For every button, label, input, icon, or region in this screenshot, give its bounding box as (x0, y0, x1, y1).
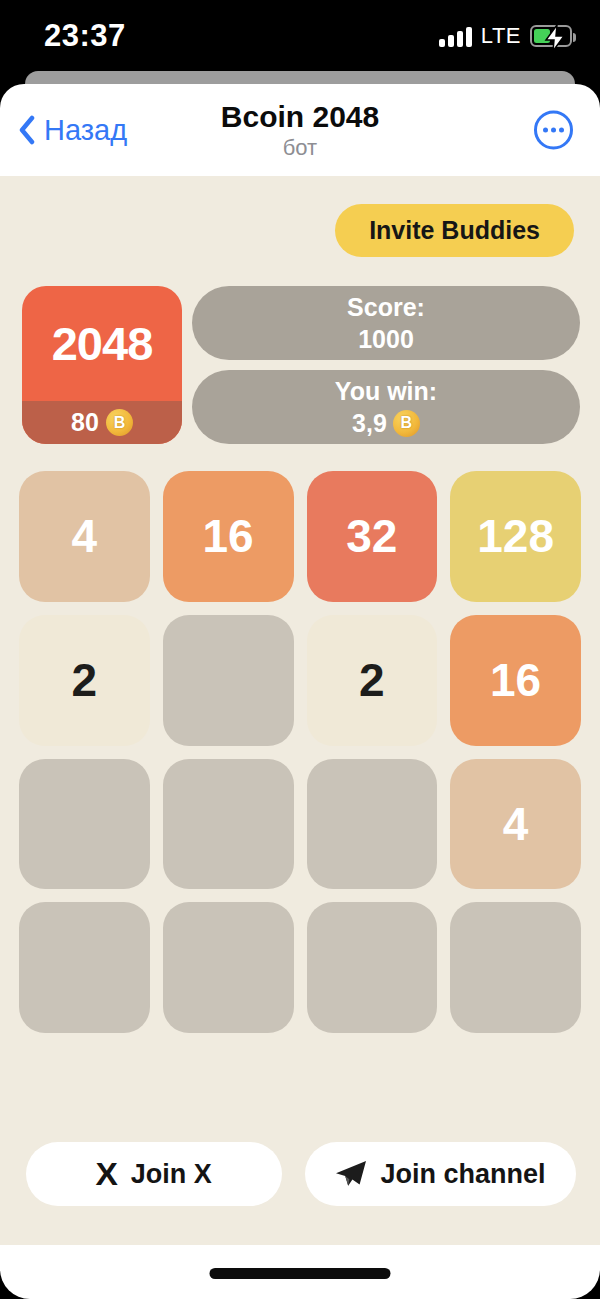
tile-32-r1c3: 32 (307, 471, 438, 602)
telegram-plane-icon (335, 1160, 367, 1188)
tile-128-r1c4: 128 (450, 471, 581, 602)
phone-screen: 23:37 LTE Назад Bcoin 2048 бот (0, 0, 600, 1299)
join-channel-button[interactable]: Join channel (305, 1142, 576, 1206)
chevron-left-icon (18, 115, 36, 145)
bottom-safe-area (0, 1245, 600, 1299)
join-x-button[interactable]: X Join X (26, 1142, 282, 1206)
score-pill: Score: 1000 (192, 286, 580, 360)
tile-16-r2c4: 16 (450, 615, 581, 746)
tile-2-r2c3: 2 (307, 615, 438, 746)
logo-2048-label: 2048 (22, 286, 182, 401)
invite-row: Invite Buddies (0, 176, 600, 257)
page-title: Bcoin 2048 (221, 100, 379, 135)
stats-row: 2048 80 B Score: 1000 You win: 3,9 B (0, 257, 600, 444)
network-type-label: LTE (481, 23, 521, 49)
tile-2-r2c1: 2 (19, 615, 150, 746)
status-icons: LTE (439, 22, 572, 50)
balance-strip: 80 B (22, 401, 182, 444)
tile-4-r3c4: 4 (450, 759, 581, 890)
footer-buttons: X Join X Join channel (0, 1142, 600, 1245)
status-bar: 23:37 LTE (0, 0, 600, 84)
clock: 23:37 (44, 18, 126, 54)
tile-empty-r4c3 (307, 902, 438, 1033)
lightning-bolt-icon (542, 24, 568, 52)
join-channel-label: Join channel (380, 1159, 545, 1190)
signal-bars-icon (439, 25, 472, 47)
back-button[interactable]: Назад (18, 84, 127, 176)
tile-empty-r4c2 (163, 902, 294, 1033)
home-indicator[interactable] (210, 1268, 391, 1279)
balance-value: 80 (71, 408, 99, 437)
join-x-label: Join X (131, 1159, 212, 1190)
back-label: Назад (44, 114, 127, 147)
tile-empty-r3c3 (307, 759, 438, 890)
tile-empty-r3c2 (163, 759, 294, 890)
battery-nub (573, 33, 576, 42)
tile-empty-r4c4 (450, 902, 581, 1033)
invite-buddies-button[interactable]: Invite Buddies (335, 204, 574, 257)
win-pill: You win: 3,9 B (192, 370, 580, 444)
more-menu-button[interactable] (534, 111, 573, 150)
battery-charging-icon (530, 25, 572, 47)
tile-empty-r4c1 (19, 902, 150, 1033)
score-value: 1000 (358, 323, 414, 356)
tile-empty-r3c1 (19, 759, 150, 890)
board[interactable]: 4163212822164 (0, 444, 600, 1033)
telegram-header: Назад Bcoin 2048 бот (0, 84, 600, 176)
tile-16-r1c2: 16 (163, 471, 294, 602)
tile-empty-r2c2 (163, 615, 294, 746)
x-logo-icon: X (96, 1158, 118, 1190)
win-label: You win: (335, 375, 437, 408)
title-block: Bcoin 2048 бот (221, 100, 379, 160)
page-subtitle: бот (221, 135, 379, 160)
bitcoin-icon: B (393, 410, 420, 437)
ellipsis-icon (543, 128, 548, 133)
tile-4-r1c1: 4 (19, 471, 150, 602)
win-value: 3,9 (352, 407, 387, 440)
background-sheet-edge (25, 71, 575, 84)
stat-pills: Score: 1000 You win: 3,9 B (192, 286, 580, 444)
score-label: Score: (347, 291, 425, 324)
logo-card-2048: 2048 80 B (22, 286, 182, 444)
win-value-row: 3,9 B (352, 407, 420, 440)
bitcoin-icon: B (106, 409, 133, 436)
game-content: Invite Buddies 2048 80 B Score: 1000 You… (0, 176, 600, 1245)
